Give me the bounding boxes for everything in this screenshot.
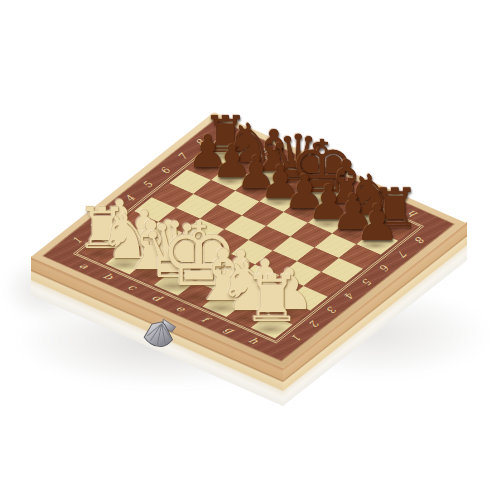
photo-stage: aa88bb77cc66dd55ee44ff33gg22hh11 ♜♞♟♝♟♛♟…	[0, 0, 500, 500]
clasp-icon	[139, 314, 182, 354]
chess-board: aa88bb77cc66dd55ee44ff33gg22hh11	[31, 112, 466, 368]
